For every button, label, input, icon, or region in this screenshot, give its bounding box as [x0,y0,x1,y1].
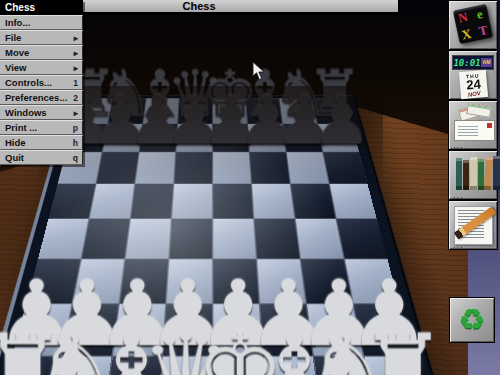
menu-item-move[interactable]: Move▸ [0,45,83,60]
running-indicator: ... [453,192,464,199]
dock-tile-mail[interactable]: ... [448,100,498,150]
clock-meridiem: AM [481,58,492,67]
square-h5[interactable] [330,184,377,219]
menu-item-print[interactable]: Print ...p [0,120,83,135]
square-h7[interactable]: ♟ [318,124,359,152]
menu-item-quit[interactable]: Quitq [0,150,83,165]
clock-time: 10:01 [453,58,481,68]
square-e4[interactable] [213,219,256,258]
square-d4[interactable] [170,219,212,258]
piece-white-rook[interactable]: ♜ [359,324,448,375]
mouse-cursor-icon [252,61,266,81]
submenu-arrow-icon: ▸ [74,108,78,118]
piece-black-pawn[interactable]: ♟ [311,89,371,153]
menu-item-label: Hide [5,137,26,148]
menu-item-windows[interactable]: Windows▸ [0,105,83,120]
books-icon [456,156,500,190]
menu-shortcut: 1 [73,78,78,88]
square-f5[interactable] [252,184,294,219]
next-letter-n: N [457,10,469,25]
menu-item-label: Move [5,47,29,58]
square-a5[interactable] [49,184,96,219]
calendar-icon: THU 24 NOV [459,70,488,99]
menu-shortcut: 2 [73,93,78,103]
square-b5[interactable] [90,184,134,219]
menu-item-label: Windows [5,107,47,118]
square-a4[interactable] [38,219,88,258]
submenu-arrow-icon: ▸ [74,63,78,73]
menu-shortcut: q [73,153,78,163]
menu-title[interactable]: Chess [0,0,83,15]
next-letter-e: e [475,7,483,21]
menu-item-label: Print ... [5,122,37,133]
menu-item-hide[interactable]: Hideh [0,135,83,150]
next-cube-icon: N e X T [453,4,493,44]
square-h6[interactable] [323,152,367,183]
running-indicator: ... [453,242,464,249]
menu-item-file[interactable]: File▸ [0,30,83,45]
square-b6[interactable] [97,152,139,183]
envelope-icon [454,120,495,141]
square-d6[interactable] [174,152,212,183]
menu-item-label: Controls... [5,77,52,88]
square-f4[interactable] [254,219,299,258]
submenu-arrow-icon: ▸ [74,33,78,43]
menu-item-controls[interactable]: Controls...1 [0,75,83,90]
menu-item-preferences[interactable]: Preferences...2 [0,90,83,105]
square-f6[interactable] [250,152,290,183]
menu-shortcut: h [73,138,78,148]
square-c4[interactable] [126,219,171,258]
dock-tile-librarian[interactable]: ... [448,150,498,200]
square-e5[interactable] [213,184,253,219]
dock-tile-recycler[interactable]: ♻ [449,297,495,343]
menu-item-label: Preferences... [5,92,67,103]
menu-item-label: Info... [5,17,30,28]
menu-item-label: File [5,32,21,43]
square-c6[interactable] [136,152,176,183]
square-e6[interactable] [213,152,251,183]
dock-tile-clock[interactable]: 10:01 AM THU 24 NOV [448,50,498,100]
digital-clock-icon: 10:01 AM [452,55,494,70]
menu-item-label: Quit [5,152,24,163]
submenu-arrow-icon: ▸ [74,48,78,58]
next-letter-x: X [461,27,473,42]
square-g6[interactable] [287,152,329,183]
menu-item-info[interactable]: Info... [0,15,83,30]
square-d5[interactable] [172,184,212,219]
square-b4[interactable] [82,219,130,258]
main-menu: Chess Info...File▸Move▸View▸Controls...1… [0,0,83,165]
running-indicator: ... [453,142,464,149]
square-g4[interactable] [296,219,344,258]
recycler-icon: ♻ [459,305,486,335]
dock-tile-next-logo[interactable]: N e X T [448,0,498,50]
desktop: ♜♞♝♛♚♝♞♜♟♟♟♟♟♟♟♟♟♟♟♟♟♟♟♟♜♞♝♛♚♝♞♜ Chess C… [0,0,500,375]
menu-item-label: View [5,62,26,73]
next-letter-t: T [477,23,488,38]
menu-shortcut: p [73,123,78,133]
square-c5[interactable] [131,184,173,219]
square-h4[interactable] [337,219,387,258]
window-title: Chess [182,0,215,12]
menu-item-view[interactable]: View▸ [0,60,83,75]
square-g5[interactable] [291,184,336,219]
square-h1[interactable]: ♜ [364,356,428,375]
dock-tile-edit[interactable]: ... [448,200,498,250]
